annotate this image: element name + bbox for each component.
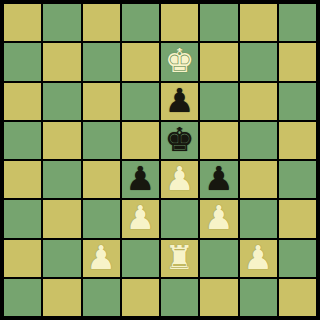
square-a3[interactable] xyxy=(4,200,41,237)
square-c4[interactable] xyxy=(83,161,120,198)
square-b6[interactable] xyxy=(43,83,80,120)
square-b4[interactable] xyxy=(43,161,80,198)
square-a1[interactable] xyxy=(4,279,41,316)
white-pawn[interactable]: ♟ xyxy=(165,162,195,195)
square-b3[interactable] xyxy=(43,200,80,237)
square-g4[interactable] xyxy=(240,161,277,198)
black-pawn[interactable]: ♟ xyxy=(126,162,156,195)
square-b8[interactable] xyxy=(43,4,80,41)
white-pawn[interactable]: ♟ xyxy=(243,241,273,274)
square-c2[interactable]: ♟ xyxy=(83,240,120,277)
square-c3[interactable] xyxy=(83,200,120,237)
white-rook[interactable]: ♜ xyxy=(165,241,195,274)
square-h5[interactable] xyxy=(279,122,316,159)
square-d4[interactable]: ♟ xyxy=(122,161,159,198)
square-g2[interactable]: ♟ xyxy=(240,240,277,277)
square-g1[interactable] xyxy=(240,279,277,316)
square-b1[interactable] xyxy=(43,279,80,316)
square-f5[interactable] xyxy=(200,122,237,159)
square-e2[interactable]: ♜ xyxy=(161,240,198,277)
square-c7[interactable] xyxy=(83,43,120,80)
square-c1[interactable] xyxy=(83,279,120,316)
square-e3[interactable] xyxy=(161,200,198,237)
square-g6[interactable] xyxy=(240,83,277,120)
square-f3[interactable]: ♟ xyxy=(200,200,237,237)
square-e4[interactable]: ♟ xyxy=(161,161,198,198)
white-pawn[interactable]: ♟ xyxy=(126,201,156,234)
square-b5[interactable] xyxy=(43,122,80,159)
square-a4[interactable] xyxy=(4,161,41,198)
square-d5[interactable] xyxy=(122,122,159,159)
square-h2[interactable] xyxy=(279,240,316,277)
black-king[interactable]: ♚ xyxy=(165,123,195,156)
square-a7[interactable] xyxy=(4,43,41,80)
square-e5[interactable]: ♚ xyxy=(161,122,198,159)
square-a5[interactable] xyxy=(4,122,41,159)
black-pawn[interactable]: ♟ xyxy=(165,84,195,117)
square-d6[interactable] xyxy=(122,83,159,120)
square-e8[interactable] xyxy=(161,4,198,41)
square-c8[interactable] xyxy=(83,4,120,41)
square-f6[interactable] xyxy=(200,83,237,120)
square-a6[interactable] xyxy=(4,83,41,120)
square-a8[interactable] xyxy=(4,4,41,41)
square-f7[interactable] xyxy=(200,43,237,80)
square-d7[interactable] xyxy=(122,43,159,80)
square-f1[interactable] xyxy=(200,279,237,316)
white-pawn[interactable]: ♟ xyxy=(204,201,234,234)
chess-board[interactable]: ♚♟♚♟♟♟♟♟♟♜♟ xyxy=(4,4,316,316)
square-e6[interactable]: ♟ xyxy=(161,83,198,120)
square-h1[interactable] xyxy=(279,279,316,316)
black-pawn[interactable]: ♟ xyxy=(204,162,234,195)
square-h3[interactable] xyxy=(279,200,316,237)
square-e1[interactable] xyxy=(161,279,198,316)
square-c5[interactable] xyxy=(83,122,120,159)
white-pawn[interactable]: ♟ xyxy=(86,241,116,274)
square-e7[interactable]: ♚ xyxy=(161,43,198,80)
square-d8[interactable] xyxy=(122,4,159,41)
square-h4[interactable] xyxy=(279,161,316,198)
square-a2[interactable] xyxy=(4,240,41,277)
square-g5[interactable] xyxy=(240,122,277,159)
square-d3[interactable]: ♟ xyxy=(122,200,159,237)
square-b7[interactable] xyxy=(43,43,80,80)
square-f2[interactable] xyxy=(200,240,237,277)
square-g8[interactable] xyxy=(240,4,277,41)
square-b2[interactable] xyxy=(43,240,80,277)
square-f4[interactable]: ♟ xyxy=(200,161,237,198)
square-d2[interactable] xyxy=(122,240,159,277)
square-g7[interactable] xyxy=(240,43,277,80)
square-g3[interactable] xyxy=(240,200,277,237)
square-h6[interactable] xyxy=(279,83,316,120)
square-h8[interactable] xyxy=(279,4,316,41)
square-h7[interactable] xyxy=(279,43,316,80)
white-king[interactable]: ♚ xyxy=(165,44,195,77)
square-f8[interactable] xyxy=(200,4,237,41)
square-d1[interactable] xyxy=(122,279,159,316)
square-c6[interactable] xyxy=(83,83,120,120)
chess-board-frame: ♚♟♚♟♟♟♟♟♟♜♟ xyxy=(0,0,320,320)
